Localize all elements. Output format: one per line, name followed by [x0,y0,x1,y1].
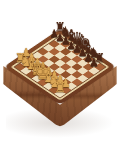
piece-white-rook-h1: ♜ [54,81,66,94]
pieces-layer: ♜♞♝♛♚♝♞♜♟♟♟♟♟♟♟♟♟♟♟♟♟♟♟♟♜♞♝♛♚♝♞♜ [0,0,120,144]
chess-set-photo: Wooden magnetic travel chess set with in… [0,0,120,144]
piece-black-pawn-h7: ♟ [89,57,99,68]
